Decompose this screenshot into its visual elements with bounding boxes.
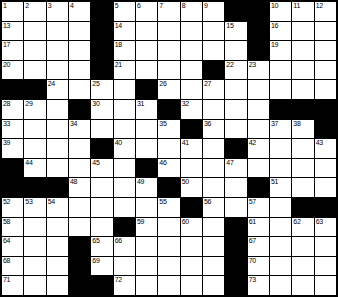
clue-number-54: 54: [48, 198, 55, 206]
white-cell-r14c14[interactable]: [292, 257, 313, 276]
white-cell-r5c3[interactable]: 24: [47, 80, 68, 99]
white-cell-r8c9[interactable]: 41: [181, 139, 202, 158]
clue-number-62: 62: [293, 218, 300, 226]
black-cell-r9c1: [2, 159, 23, 178]
white-cell-r9c4[interactable]: [69, 159, 90, 178]
black-cell-r7c15: [315, 120, 336, 139]
white-cell-r14c3[interactable]: [47, 257, 68, 276]
white-cell-r12c7[interactable]: 59: [136, 218, 157, 237]
white-cell-r10c15[interactable]: [315, 178, 336, 197]
clue-number-53: 53: [25, 198, 32, 206]
clue-number-23: 23: [249, 61, 256, 69]
white-cell-r8c12[interactable]: 42: [248, 139, 269, 158]
white-cell-r8c2[interactable]: [24, 139, 45, 158]
black-cell-r12c6: [114, 218, 135, 237]
white-cell-r13c3[interactable]: [47, 237, 68, 256]
white-cell-r6c1[interactable]: 28: [2, 100, 23, 119]
clue-number-38: 38: [293, 120, 300, 128]
black-cell-r10c2: [24, 178, 45, 197]
white-cell-r12c8[interactable]: [158, 218, 179, 237]
clue-number-17: 17: [3, 41, 10, 49]
black-cell-r6c8: [158, 100, 179, 119]
white-cell-r13c6[interactable]: 66: [114, 237, 135, 256]
white-cell-r9c2[interactable]: 44: [24, 159, 45, 178]
white-cell-r1c10[interactable]: 9: [203, 2, 224, 21]
white-cell-r14c5[interactable]: 69: [91, 257, 112, 276]
black-cell-r11c15: [315, 198, 336, 217]
clue-number-22: 22: [226, 61, 233, 69]
white-cell-r9c9[interactable]: [181, 159, 202, 178]
white-cell-r2c4[interactable]: [69, 22, 90, 41]
white-cell-r4c8[interactable]: [158, 61, 179, 80]
white-cell-r11c12[interactable]: 57: [248, 198, 269, 217]
black-cell-r2c12: [248, 22, 269, 41]
white-cell-r4c3[interactable]: [47, 61, 68, 80]
white-cell-r5c9[interactable]: [181, 80, 202, 99]
black-cell-r9c7: [136, 159, 157, 178]
clue-number-72: 72: [115, 276, 122, 284]
clue-number-15: 15: [226, 22, 233, 30]
white-cell-r2c8[interactable]: [158, 22, 179, 41]
white-cell-r15c6[interactable]: 72: [114, 276, 135, 295]
white-cell-r11c8[interactable]: 55: [158, 198, 179, 217]
white-cell-r3c8[interactable]: [158, 41, 179, 60]
clue-number-65: 65: [92, 237, 99, 245]
black-cell-r6c15: [315, 100, 336, 119]
white-cell-r9c8[interactable]: 46: [158, 159, 179, 178]
white-cell-r15c15[interactable]: [315, 276, 336, 295]
white-cell-r6c7[interactable]: 31: [136, 100, 157, 119]
clue-number-35: 35: [159, 120, 166, 128]
white-cell-r5c13[interactable]: [270, 80, 291, 99]
white-cell-r10c5[interactable]: [91, 178, 112, 197]
black-cell-r7c9: [181, 120, 202, 139]
clue-number-64: 64: [3, 237, 10, 245]
white-cell-r3c6[interactable]: 18: [114, 41, 135, 60]
white-cell-r6c10[interactable]: [203, 100, 224, 119]
black-cell-r10c3: [47, 178, 68, 197]
black-cell-r6c13: [270, 100, 291, 119]
white-cell-r4c15[interactable]: [315, 61, 336, 80]
white-cell-r14c8[interactable]: [158, 257, 179, 276]
white-cell-r5c15[interactable]: [315, 80, 336, 99]
white-cell-r2c10[interactable]: [203, 22, 224, 41]
clue-number-49: 49: [137, 178, 144, 186]
white-cell-r14c9[interactable]: [181, 257, 202, 276]
clue-number-29: 29: [25, 100, 32, 108]
white-cell-r8c10[interactable]: [203, 139, 224, 158]
white-cell-r2c6[interactable]: 14: [114, 22, 135, 41]
white-cell-r15c3[interactable]: [47, 276, 68, 295]
black-cell-r11c9: [181, 198, 202, 217]
white-cell-r12c15[interactable]: 63: [315, 218, 336, 237]
white-cell-r8c6[interactable]: 40: [114, 139, 135, 158]
white-cell-r13c8[interactable]: [158, 237, 179, 256]
crossword-board: 1234567891011121314151617181920212223242…: [0, 0, 338, 297]
clue-number-11: 11: [293, 2, 300, 10]
white-cell-r5c11[interactable]: [225, 80, 246, 99]
white-cell-r9c5[interactable]: 45: [91, 159, 112, 178]
white-cell-r11c1[interactable]: 52: [2, 198, 23, 217]
white-cell-r15c9[interactable]: [181, 276, 202, 295]
white-cell-r3c9[interactable]: [181, 41, 202, 60]
white-cell-r10c9[interactable]: 50: [181, 178, 202, 197]
clue-number-32: 32: [182, 100, 189, 108]
white-cell-r2c2[interactable]: [24, 22, 45, 41]
clue-number-21: 21: [115, 61, 122, 69]
clue-number-55: 55: [159, 198, 166, 206]
clue-number-60: 60: [182, 218, 189, 226]
white-cell-r7c14[interactable]: 38: [292, 120, 313, 139]
white-cell-r4c14[interactable]: [292, 61, 313, 80]
clue-number-73: 73: [249, 276, 256, 284]
white-cell-r6c6[interactable]: [114, 100, 135, 119]
black-cell-r13c4: [69, 237, 90, 256]
clue-number-2: 2: [25, 2, 29, 10]
white-cell-r7c7[interactable]: [136, 120, 157, 139]
white-cell-r1c2[interactable]: 2: [24, 2, 45, 21]
white-cell-r12c14[interactable]: 62: [292, 218, 313, 237]
white-cell-r12c1[interactable]: 58: [2, 218, 23, 237]
white-cell-r6c11[interactable]: [225, 100, 246, 119]
black-cell-r15c11: [225, 276, 246, 295]
white-cell-r5c14[interactable]: [292, 80, 313, 99]
white-cell-r2c14[interactable]: [292, 22, 313, 41]
white-cell-r2c7[interactable]: [136, 22, 157, 41]
clue-number-13: 13: [3, 22, 10, 30]
white-cell-r11c3[interactable]: 54: [47, 198, 68, 217]
white-cell-r8c15[interactable]: 43: [315, 139, 336, 158]
white-cell-r10c11[interactable]: [225, 178, 246, 197]
white-cell-r8c13[interactable]: [270, 139, 291, 158]
white-cell-r4c9[interactable]: [181, 61, 202, 80]
white-cell-r8c3[interactable]: [47, 139, 68, 158]
white-cell-r9c6[interactable]: [114, 159, 135, 178]
white-cell-r15c12[interactable]: 73: [248, 276, 269, 295]
clue-number-40: 40: [115, 139, 122, 147]
white-cell-r2c1[interactable]: 13: [2, 22, 23, 41]
black-cell-r3c5: [91, 41, 112, 60]
clue-number-18: 18: [115, 41, 122, 49]
white-cell-r10c7[interactable]: 49: [136, 178, 157, 197]
clue-number-4: 4: [70, 2, 74, 10]
clue-number-19: 19: [271, 41, 278, 49]
white-cell-r14c2[interactable]: [24, 257, 45, 276]
white-cell-r3c11[interactable]: [225, 41, 246, 60]
white-cell-r11c11[interactable]: [225, 198, 246, 217]
black-cell-r3c12: [248, 41, 269, 60]
black-cell-r4c10: [203, 61, 224, 80]
white-cell-r11c13[interactable]: [270, 198, 291, 217]
white-cell-r6c9[interactable]: 32: [181, 100, 202, 119]
white-cell-r9c11[interactable]: 47: [225, 159, 246, 178]
black-cell-r2c5: [91, 22, 112, 41]
black-cell-r1c5: [91, 2, 112, 21]
clue-number-47: 47: [226, 159, 233, 167]
black-cell-r10c12: [248, 178, 269, 197]
white-cell-r14c13[interactable]: [270, 257, 291, 276]
white-cell-r14c1[interactable]: 68: [2, 257, 23, 276]
white-cell-r8c4[interactable]: [69, 139, 90, 158]
clue-number-28: 28: [3, 100, 10, 108]
white-cell-r11c2[interactable]: 53: [24, 198, 45, 217]
white-cell-r13c5[interactable]: 65: [91, 237, 112, 256]
white-cell-r9c12[interactable]: [248, 159, 269, 178]
white-cell-r6c12[interactable]: [248, 100, 269, 119]
white-cell-r5c8[interactable]: 26: [158, 80, 179, 99]
clue-number-50: 50: [182, 178, 189, 186]
black-cell-r8c11: [225, 139, 246, 158]
clue-number-58: 58: [3, 218, 10, 226]
clue-number-27: 27: [204, 80, 211, 88]
black-cell-r5c1: [2, 80, 23, 99]
white-cell-r2c13[interactable]: 16: [270, 22, 291, 41]
black-cell-r6c4: [69, 100, 90, 119]
clue-number-41: 41: [182, 139, 189, 147]
clue-number-68: 68: [3, 257, 10, 265]
white-cell-r12c5[interactable]: [91, 218, 112, 237]
clue-number-14: 14: [115, 22, 122, 30]
white-cell-r3c4[interactable]: [69, 41, 90, 60]
clue-number-24: 24: [48, 80, 55, 88]
white-cell-r10c13[interactable]: 51: [270, 178, 291, 197]
clue-number-71: 71: [3, 276, 10, 284]
black-cell-r4c5: [91, 61, 112, 80]
clue-number-16: 16: [271, 22, 278, 30]
white-cell-r3c13[interactable]: 19: [270, 41, 291, 60]
white-cell-r7c8[interactable]: 35: [158, 120, 179, 139]
clue-number-26: 26: [159, 80, 166, 88]
white-cell-r14c12[interactable]: 70: [248, 257, 269, 276]
white-cell-r5c10[interactable]: 27: [203, 80, 224, 99]
white-cell-r8c8[interactable]: [158, 139, 179, 158]
clue-number-1: 1: [3, 2, 7, 10]
white-cell-r13c2[interactable]: [24, 237, 45, 256]
white-cell-r2c3[interactable]: [47, 22, 68, 41]
clue-number-34: 34: [70, 120, 77, 128]
clue-number-69: 69: [92, 257, 99, 265]
white-cell-r15c7[interactable]: [136, 276, 157, 295]
black-cell-r11c14: [292, 198, 313, 217]
white-cell-r4c13[interactable]: [270, 61, 291, 80]
white-cell-r8c14[interactable]: [292, 139, 313, 158]
black-cell-r1c12: [248, 2, 269, 21]
clue-number-5: 5: [115, 2, 119, 10]
clue-number-46: 46: [159, 159, 166, 167]
white-cell-r14c15[interactable]: [315, 257, 336, 276]
white-cell-r15c10[interactable]: [203, 276, 224, 295]
white-cell-r12c12[interactable]: 61: [248, 218, 269, 237]
white-cell-r1c8[interactable]: 7: [158, 2, 179, 21]
clue-number-7: 7: [159, 2, 163, 10]
white-cell-r7c13[interactable]: 37: [270, 120, 291, 139]
clue-number-45: 45: [92, 159, 99, 167]
black-cell-r13c11: [225, 237, 246, 256]
white-cell-r10c10[interactable]: [203, 178, 224, 197]
white-cell-r9c14[interactable]: [292, 159, 313, 178]
white-cell-r9c13[interactable]: [270, 159, 291, 178]
white-cell-r6c5[interactable]: 30: [91, 100, 112, 119]
white-cell-r1c9[interactable]: 8: [181, 2, 202, 21]
white-cell-r6c2[interactable]: 29: [24, 100, 45, 119]
clue-number-59: 59: [137, 218, 144, 226]
white-cell-r7c12[interactable]: [248, 120, 269, 139]
black-cell-r5c7: [136, 80, 157, 99]
white-cell-r13c13[interactable]: [270, 237, 291, 256]
black-cell-r1c11: [225, 2, 246, 21]
clue-number-63: 63: [316, 218, 323, 226]
clue-number-6: 6: [137, 2, 141, 10]
white-cell-r1c1[interactable]: 1: [2, 2, 23, 21]
white-cell-r11c5[interactable]: [91, 198, 112, 217]
clue-number-31: 31: [137, 100, 144, 108]
white-cell-r13c14[interactable]: [292, 237, 313, 256]
white-cell-r10c6[interactable]: [114, 178, 135, 197]
white-cell-r4c6[interactable]: 21: [114, 61, 135, 80]
white-cell-r13c12[interactable]: 67: [248, 237, 269, 256]
clue-number-44: 44: [25, 159, 32, 167]
white-cell-r11c7[interactable]: [136, 198, 157, 217]
white-cell-r13c1[interactable]: 64: [2, 237, 23, 256]
white-cell-r4c12[interactable]: 23: [248, 61, 269, 80]
white-cell-r12c13[interactable]: [270, 218, 291, 237]
white-cell-r1c7[interactable]: 6: [136, 2, 157, 21]
clue-number-8: 8: [182, 2, 186, 10]
black-cell-r12c11: [225, 218, 246, 237]
clue-number-51: 51: [271, 178, 278, 186]
clue-number-56: 56: [204, 198, 211, 206]
clue-number-36: 36: [204, 120, 211, 128]
clue-number-48: 48: [70, 178, 77, 186]
white-cell-r3c7[interactable]: [136, 41, 157, 60]
white-cell-r1c14[interactable]: 11: [292, 2, 313, 21]
white-cell-r14c6[interactable]: [114, 257, 135, 276]
white-cell-r15c2[interactable]: [24, 276, 45, 295]
white-cell-r7c5[interactable]: [91, 120, 112, 139]
clue-number-52: 52: [3, 198, 10, 206]
white-cell-r3c1[interactable]: 17: [2, 41, 23, 60]
white-cell-r5c5[interactable]: 25: [91, 80, 112, 99]
white-cell-r13c9[interactable]: [181, 237, 202, 256]
black-cell-r5c2: [24, 80, 45, 99]
black-cell-r15c5: [91, 276, 112, 295]
white-cell-r2c9[interactable]: [181, 22, 202, 41]
clue-number-37: 37: [271, 120, 278, 128]
white-cell-r5c12[interactable]: [248, 80, 269, 99]
white-cell-r10c4[interactable]: 48: [69, 178, 90, 197]
black-cell-r8c5: [91, 139, 112, 158]
white-cell-r3c14[interactable]: [292, 41, 313, 60]
white-cell-r1c3[interactable]: 3: [47, 2, 68, 21]
clue-number-43: 43: [316, 139, 323, 147]
white-cell-r1c6[interactable]: 5: [114, 2, 135, 21]
black-cell-r10c1: [2, 178, 23, 197]
white-cell-r14c10[interactable]: [203, 257, 224, 276]
white-cell-r7c10[interactable]: 36: [203, 120, 224, 139]
white-cell-r11c10[interactable]: 56: [203, 198, 224, 217]
white-cell-r9c3[interactable]: [47, 159, 68, 178]
clue-number-12: 12: [316, 2, 323, 10]
white-cell-r4c4[interactable]: [69, 61, 90, 80]
white-cell-r12c4[interactable]: [69, 218, 90, 237]
white-cell-r14c7[interactable]: [136, 257, 157, 276]
white-cell-r5c6[interactable]: [114, 80, 135, 99]
clue-number-30: 30: [92, 100, 99, 108]
white-cell-r3c15[interactable]: [315, 41, 336, 60]
white-cell-r1c4[interactable]: 4: [69, 2, 90, 21]
white-cell-r12c10[interactable]: [203, 218, 224, 237]
white-cell-r15c8[interactable]: [158, 276, 179, 295]
white-cell-r15c14[interactable]: [292, 276, 313, 295]
clue-number-70: 70: [249, 257, 256, 265]
black-cell-r10c8: [158, 178, 179, 197]
clue-number-67: 67: [249, 237, 256, 245]
clue-number-10: 10: [271, 2, 278, 10]
white-cell-r1c13[interactable]: 10: [270, 2, 291, 21]
black-cell-r15c4: [69, 276, 90, 295]
white-cell-r12c9[interactable]: 60: [181, 218, 202, 237]
clue-number-57: 57: [249, 198, 256, 206]
clue-number-3: 3: [48, 2, 52, 10]
clue-number-39: 39: [3, 139, 10, 147]
clue-number-42: 42: [249, 139, 256, 147]
clue-number-66: 66: [115, 237, 122, 245]
white-cell-r7c11[interactable]: [225, 120, 246, 139]
black-cell-r14c11: [225, 257, 246, 276]
clue-number-9: 9: [204, 2, 208, 10]
white-cell-r15c1[interactable]: 71: [2, 276, 23, 295]
white-cell-r4c1[interactable]: 20: [2, 61, 23, 80]
white-cell-r4c11[interactable]: 22: [225, 61, 246, 80]
white-cell-r4c2[interactable]: [24, 61, 45, 80]
white-cell-r13c7[interactable]: [136, 237, 157, 256]
clue-number-25: 25: [92, 80, 99, 88]
white-cell-r3c2[interactable]: [24, 41, 45, 60]
clue-number-20: 20: [3, 61, 10, 69]
white-cell-r6c3[interactable]: [47, 100, 68, 119]
white-cell-r3c10[interactable]: [203, 41, 224, 60]
white-cell-r15c13[interactable]: [270, 276, 291, 295]
clue-number-61: 61: [249, 218, 256, 226]
white-cell-r13c10[interactable]: [203, 237, 224, 256]
white-cell-r2c15[interactable]: [315, 22, 336, 41]
clue-number-33: 33: [3, 120, 10, 128]
white-cell-r8c7[interactable]: [136, 139, 157, 158]
white-cell-r4c7[interactable]: [136, 61, 157, 80]
white-cell-r5c4[interactable]: [69, 80, 90, 99]
white-cell-r7c4[interactable]: 34: [69, 120, 90, 139]
black-cell-r14c4: [69, 257, 90, 276]
white-cell-r13c15[interactable]: [315, 237, 336, 256]
white-cell-r7c2[interactable]: [24, 120, 45, 139]
white-cell-r2c11[interactable]: 15: [225, 22, 246, 41]
white-cell-r12c3[interactable]: [47, 218, 68, 237]
white-cell-r7c3[interactable]: [47, 120, 68, 139]
white-cell-r12c2[interactable]: [24, 218, 45, 237]
black-cell-r6c14: [292, 100, 313, 119]
white-cell-r10c14[interactable]: [292, 178, 313, 197]
white-cell-r9c10[interactable]: [203, 159, 224, 178]
white-cell-r1c15[interactable]: 12: [315, 2, 336, 21]
white-cell-r7c6[interactable]: [114, 120, 135, 139]
white-cell-r7c1[interactable]: 33: [2, 120, 23, 139]
white-cell-r9c15[interactable]: [315, 159, 336, 178]
white-cell-r11c4[interactable]: [69, 198, 90, 217]
white-cell-r11c6[interactable]: [114, 198, 135, 217]
white-cell-r3c3[interactable]: [47, 41, 68, 60]
white-cell-r8c1[interactable]: 39: [2, 139, 23, 158]
